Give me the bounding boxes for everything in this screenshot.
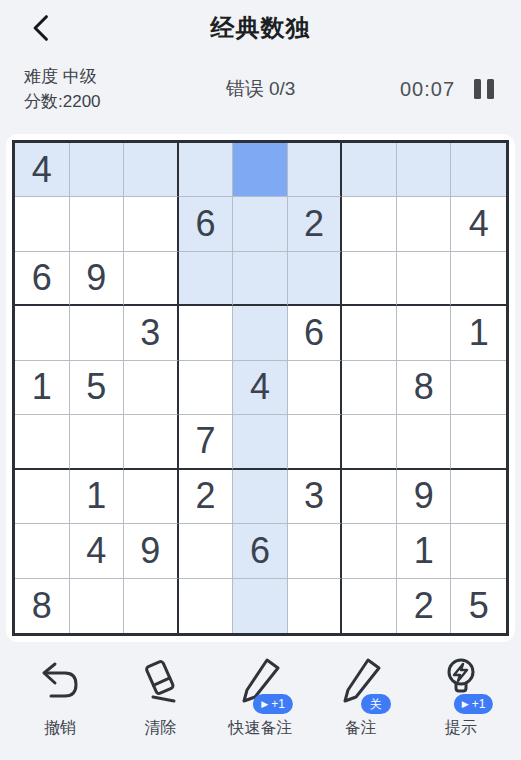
cell-r9c7[interactable] (342, 579, 397, 633)
pencil-icon: 关 (335, 656, 387, 712)
cell-r7c4[interactable]: 2 (179, 470, 234, 524)
status-row: 难度 中级 分数:2200 错误 0/3 00:07 (0, 56, 521, 122)
hint-button[interactable]: ▶+1 提示 (413, 656, 509, 739)
cell-r8c4[interactable] (179, 524, 234, 578)
cell-r8c9[interactable] (451, 524, 506, 578)
erase-button[interactable]: 清除 (112, 656, 208, 739)
cell-r7c9[interactable] (451, 470, 506, 524)
cell-r6c1[interactable] (15, 415, 70, 469)
cell-r2c8[interactable] (397, 197, 452, 251)
cell-r9c4[interactable] (179, 579, 234, 633)
ad-reward-badge: ▶+1 (454, 694, 494, 714)
cell-r4c2[interactable] (70, 306, 125, 360)
cell-r5c1[interactable]: 1 (15, 361, 70, 415)
cell-r4c7[interactable] (342, 306, 397, 360)
cell-r1c9[interactable] (451, 143, 506, 197)
difficulty-label: 难度 中级 (24, 64, 182, 90)
undo-button[interactable]: 撤销 (12, 656, 108, 739)
cell-r1c2[interactable] (70, 143, 125, 197)
tool-label-undo: 撤销 (44, 718, 76, 739)
play-icon: ▶ (462, 700, 469, 709)
cell-r3c8[interactable] (397, 252, 452, 306)
sudoku-board: 4624693611548712394961825 (12, 140, 509, 636)
cell-r7c5[interactable] (233, 470, 288, 524)
cell-r1c8[interactable] (397, 143, 452, 197)
errors-label: 错误 0/3 (182, 76, 340, 102)
cell-r4c6[interactable]: 6 (288, 306, 343, 360)
cell-r3c7[interactable] (342, 252, 397, 306)
pause-icon (474, 79, 481, 99)
cell-r7c1[interactable] (15, 470, 70, 524)
cell-r5c8[interactable]: 8 (397, 361, 452, 415)
cell-r6c7[interactable] (342, 415, 397, 469)
cell-r3c6[interactable] (288, 252, 343, 306)
cell-r5c3[interactable] (124, 361, 179, 415)
eraser-icon (134, 656, 186, 712)
cell-r8c6[interactable] (288, 524, 343, 578)
cell-r5c2[interactable]: 5 (70, 361, 125, 415)
undo-icon (34, 656, 86, 712)
cell-r6c6[interactable] (288, 415, 343, 469)
play-icon: ▶ (261, 700, 268, 709)
cell-r9c3[interactable] (124, 579, 179, 633)
page-title: 经典数独 (211, 12, 311, 44)
cell-r6c5[interactable] (233, 415, 288, 469)
cell-r4c1[interactable] (15, 306, 70, 360)
cell-r7c6[interactable]: 3 (288, 470, 343, 524)
cell-r6c8[interactable] (397, 415, 452, 469)
cell-r1c4[interactable] (179, 143, 234, 197)
cell-r4c5[interactable] (233, 306, 288, 360)
pause-button[interactable] (471, 76, 497, 102)
cell-r2c3[interactable] (124, 197, 179, 251)
tool-label-notes: 备注 (345, 718, 377, 739)
cell-r4c4[interactable] (179, 306, 234, 360)
cell-r2c2[interactable] (70, 197, 125, 251)
cell-r5c4[interactable] (179, 361, 234, 415)
cell-r7c7[interactable] (342, 470, 397, 524)
tool-label-hint: 提示 (445, 718, 477, 739)
cell-r4c8[interactable] (397, 306, 452, 360)
cell-r4c3[interactable]: 3 (124, 306, 179, 360)
tool-label-erase: 清除 (144, 718, 176, 739)
board-card: 4624693611548712394961825 (6, 134, 515, 642)
cell-r6c9[interactable] (451, 415, 506, 469)
cell-r3c9[interactable] (451, 252, 506, 306)
timer: 00:07 (400, 78, 455, 101)
cell-r3c1[interactable]: 6 (15, 252, 70, 306)
cell-r3c3[interactable] (124, 252, 179, 306)
cell-r2c7[interactable] (342, 197, 397, 251)
cell-r1c5[interactable] (233, 143, 288, 197)
back-button[interactable] (22, 8, 62, 48)
notes-off-badge: 关 (361, 694, 391, 714)
ad-reward-badge: ▶+1 (253, 694, 293, 714)
cell-r1c6[interactable] (288, 143, 343, 197)
cell-r7c2[interactable]: 1 (70, 470, 125, 524)
cell-r9c1[interactable]: 8 (15, 579, 70, 633)
top-bar: 经典数独 (0, 0, 521, 56)
hint-bulb-icon: ▶+1 (435, 656, 487, 712)
cell-r2c6[interactable]: 2 (288, 197, 343, 251)
cell-r5c7[interactable] (342, 361, 397, 415)
tool-label-quick-notes: 快速备注 (228, 718, 292, 739)
quick-notes-button[interactable]: ▶+1 快速备注 (212, 656, 308, 739)
cell-r9c5[interactable] (233, 579, 288, 633)
notes-button[interactable]: 关 备注 (313, 656, 409, 739)
cell-r6c3[interactable] (124, 415, 179, 469)
cell-r9c6[interactable] (288, 579, 343, 633)
cell-r5c5[interactable]: 4 (233, 361, 288, 415)
cell-r1c1[interactable]: 4 (15, 143, 70, 197)
cell-r5c6[interactable] (288, 361, 343, 415)
cell-r8c2[interactable]: 4 (70, 524, 125, 578)
cell-r3c4[interactable] (179, 252, 234, 306)
cell-r2c4[interactable]: 6 (179, 197, 234, 251)
cell-r9c2[interactable] (70, 579, 125, 633)
cell-r6c2[interactable] (70, 415, 125, 469)
cell-r2c5[interactable] (233, 197, 288, 251)
pause-icon (487, 79, 494, 99)
cell-r3c5[interactable] (233, 252, 288, 306)
cell-r7c3[interactable] (124, 470, 179, 524)
bottom-toolbar: 撤销 清除 ▶+1 快速备注 关 备注 (0, 656, 521, 739)
cell-r1c3[interactable] (124, 143, 179, 197)
cell-r8c3[interactable]: 9 (124, 524, 179, 578)
cell-r2c9[interactable]: 4 (451, 197, 506, 251)
cell-r9c9[interactable]: 5 (451, 579, 506, 633)
cell-r7c8[interactable]: 9 (397, 470, 452, 524)
cell-r3c2[interactable]: 9 (70, 252, 125, 306)
pencil-icon: ▶+1 (234, 656, 286, 712)
cell-r4c9[interactable]: 1 (451, 306, 506, 360)
cell-r8c5[interactable]: 6 (233, 524, 288, 578)
cell-r8c8[interactable]: 1 (397, 524, 452, 578)
cell-r1c7[interactable] (342, 143, 397, 197)
cell-r6c4[interactable]: 7 (179, 415, 234, 469)
score-label: 分数:2200 (24, 89, 182, 115)
cell-r5c9[interactable] (451, 361, 506, 415)
back-chevron-icon (27, 11, 57, 45)
cell-r8c7[interactable] (342, 524, 397, 578)
cell-r8c1[interactable] (15, 524, 70, 578)
cell-r2c1[interactable] (15, 197, 70, 251)
cell-r9c8[interactable]: 2 (397, 579, 452, 633)
difficulty-score-block: 难度 中级 分数:2200 (24, 64, 182, 115)
